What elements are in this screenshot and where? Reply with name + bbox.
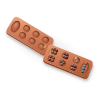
mancala-board-photo bbox=[0, 0, 100, 100]
bead bbox=[64, 55, 68, 59]
bead bbox=[50, 58, 54, 62]
pit-a4[interactable] bbox=[47, 54, 56, 63]
bead bbox=[60, 62, 64, 66]
bead bbox=[75, 59, 79, 63]
bead bbox=[53, 51, 57, 55]
